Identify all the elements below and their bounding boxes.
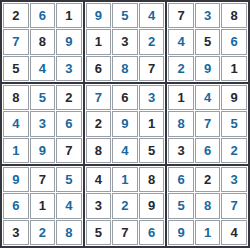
cell-r4c2[interactable]: 5: [30, 85, 56, 110]
cell-r8c9[interactable]: 7: [221, 193, 247, 218]
cell-r4c3[interactable]: 2: [56, 85, 82, 110]
box-1-3: 738456291: [167, 2, 248, 82]
cell-r7c9[interactable]: 3: [221, 167, 247, 192]
cell-r2c1[interactable]: 7: [3, 29, 29, 54]
box-2-2: 763291845: [85, 84, 166, 164]
box-3-2: 418329576: [85, 166, 166, 246]
cell-r4c6[interactable]: 3: [139, 85, 165, 110]
cell-r3c9[interactable]: 1: [221, 56, 247, 81]
cell-r2c8[interactable]: 5: [195, 29, 221, 54]
cell-r6c6[interactable]: 5: [139, 138, 165, 163]
cell-r2c4[interactable]: 1: [86, 29, 112, 54]
cell-r7c7[interactable]: 6: [168, 167, 194, 192]
cell-r3c2[interactable]: 4: [30, 56, 56, 81]
cell-r9c3[interactable]: 8: [56, 220, 82, 245]
cell-r8c5[interactable]: 2: [112, 193, 138, 218]
cell-r7c2[interactable]: 7: [30, 167, 56, 192]
cell-r9c2[interactable]: 2: [30, 220, 56, 245]
cell-r9c5[interactable]: 7: [112, 220, 138, 245]
cell-r7c1[interactable]: 9: [3, 167, 29, 192]
box-1-1: 261789543: [2, 2, 83, 82]
cell-r1c9[interactable]: 8: [221, 3, 247, 28]
cell-r5c2[interactable]: 3: [30, 111, 56, 136]
cell-r5c3[interactable]: 6: [56, 111, 82, 136]
cell-r5c9[interactable]: 5: [221, 111, 247, 136]
cell-r8c3[interactable]: 4: [56, 193, 82, 218]
cell-r3c8[interactable]: 9: [195, 56, 221, 81]
cell-r4c4[interactable]: 7: [86, 85, 112, 110]
cell-r1c4[interactable]: 9: [86, 3, 112, 28]
cell-r4c5[interactable]: 6: [112, 85, 138, 110]
cell-r2c9[interactable]: 6: [221, 29, 247, 54]
cell-r4c7[interactable]: 1: [168, 85, 194, 110]
box-3-3: 623587914: [167, 166, 248, 246]
cell-r7c6[interactable]: 8: [139, 167, 165, 192]
cell-r1c5[interactable]: 5: [112, 3, 138, 28]
cell-r8c2[interactable]: 1: [30, 193, 56, 218]
cell-r9c7[interactable]: 9: [168, 220, 194, 245]
cell-r9c6[interactable]: 6: [139, 220, 165, 245]
cell-r6c2[interactable]: 9: [30, 138, 56, 163]
cell-r6c3[interactable]: 7: [56, 138, 82, 163]
cell-r1c8[interactable]: 3: [195, 3, 221, 28]
cell-r7c3[interactable]: 5: [56, 167, 82, 192]
cell-r8c7[interactable]: 5: [168, 193, 194, 218]
cell-r7c8[interactable]: 2: [195, 167, 221, 192]
cell-r8c8[interactable]: 8: [195, 193, 221, 218]
box-2-3: 149875362: [167, 84, 248, 164]
cell-r5c5[interactable]: 9: [112, 111, 138, 136]
cell-r6c1[interactable]: 1: [3, 138, 29, 163]
cell-r5c7[interactable]: 8: [168, 111, 194, 136]
cell-r9c9[interactable]: 4: [221, 220, 247, 245]
cell-r4c9[interactable]: 9: [221, 85, 247, 110]
cell-r2c5[interactable]: 3: [112, 29, 138, 54]
cell-r3c6[interactable]: 7: [139, 56, 165, 81]
cell-r1c3[interactable]: 1: [56, 3, 82, 28]
cell-r6c7[interactable]: 3: [168, 138, 194, 163]
cell-r7c5[interactable]: 1: [112, 167, 138, 192]
cell-r3c5[interactable]: 8: [112, 56, 138, 81]
cell-r9c4[interactable]: 5: [86, 220, 112, 245]
cell-r1c6[interactable]: 4: [139, 3, 165, 28]
cell-r5c6[interactable]: 1: [139, 111, 165, 136]
cell-r4c1[interactable]: 8: [3, 85, 29, 110]
sudoku-board: 2617895439541326877384562918524361977632…: [0, 0, 250, 248]
box-3-1: 975614328: [2, 166, 83, 246]
cell-r1c1[interactable]: 2: [3, 3, 29, 28]
cell-r8c4[interactable]: 3: [86, 193, 112, 218]
cell-r8c6[interactable]: 9: [139, 193, 165, 218]
cell-r1c2[interactable]: 6: [30, 3, 56, 28]
cell-r3c7[interactable]: 2: [168, 56, 194, 81]
box-2-1: 852436197: [2, 84, 83, 164]
cell-r3c3[interactable]: 3: [56, 56, 82, 81]
cell-r9c8[interactable]: 1: [195, 220, 221, 245]
cell-r6c9[interactable]: 2: [221, 138, 247, 163]
cell-r3c1[interactable]: 5: [3, 56, 29, 81]
cell-r2c3[interactable]: 9: [56, 29, 82, 54]
cell-r2c2[interactable]: 8: [30, 29, 56, 54]
cell-r5c8[interactable]: 7: [195, 111, 221, 136]
cell-r6c5[interactable]: 4: [112, 138, 138, 163]
cell-r5c1[interactable]: 4: [3, 111, 29, 136]
cell-r2c6[interactable]: 2: [139, 29, 165, 54]
cell-r2c7[interactable]: 4: [168, 29, 194, 54]
cell-r6c4[interactable]: 8: [86, 138, 112, 163]
cell-r5c4[interactable]: 2: [86, 111, 112, 136]
cell-r3c4[interactable]: 6: [86, 56, 112, 81]
cell-r7c4[interactable]: 4: [86, 167, 112, 192]
cell-r1c7[interactable]: 7: [168, 3, 194, 28]
cell-r6c8[interactable]: 6: [195, 138, 221, 163]
cell-r9c1[interactable]: 3: [3, 220, 29, 245]
cell-r4c8[interactable]: 4: [195, 85, 221, 110]
box-1-2: 954132687: [85, 2, 166, 82]
cell-r8c1[interactable]: 6: [3, 193, 29, 218]
